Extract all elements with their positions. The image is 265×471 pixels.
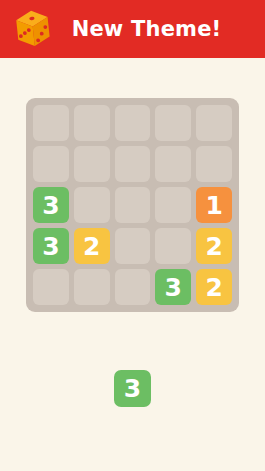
tile-3: 3 xyxy=(33,228,69,264)
empty-cell xyxy=(155,105,191,141)
app-screen: New Theme! 3132232 3 xyxy=(0,0,265,471)
tile-3: 3 xyxy=(33,187,69,223)
tile-2: 2 xyxy=(74,228,110,264)
tile-2: 2 xyxy=(196,269,232,305)
tile-value: 1 xyxy=(205,193,222,218)
tile-3: 3 xyxy=(155,269,191,305)
empty-cell xyxy=(33,146,69,182)
empty-cell xyxy=(74,105,110,141)
empty-cell xyxy=(115,269,151,305)
empty-cell xyxy=(155,228,191,264)
tile-value: 3 xyxy=(165,275,182,300)
empty-cell xyxy=(196,105,232,141)
empty-cell xyxy=(155,187,191,223)
banner-title: New Theme! xyxy=(72,17,222,41)
next-tile-preview: 3 xyxy=(114,370,151,407)
tile-2: 2 xyxy=(196,228,232,264)
tile-value: 3 xyxy=(42,234,59,259)
dice-icon xyxy=(12,8,54,50)
empty-cell xyxy=(115,228,151,264)
empty-cell xyxy=(115,105,151,141)
empty-cell xyxy=(33,105,69,141)
tile-value: 3 xyxy=(42,193,59,218)
empty-cell xyxy=(115,187,151,223)
tile-1: 1 xyxy=(196,187,232,223)
game-board[interactable]: 3132232 xyxy=(26,98,239,312)
empty-cell xyxy=(155,146,191,182)
new-theme-banner[interactable]: New Theme! xyxy=(0,0,265,58)
next-tile-value: 3 xyxy=(124,376,141,401)
empty-cell xyxy=(74,269,110,305)
empty-cell xyxy=(33,269,69,305)
tile-value: 2 xyxy=(205,275,222,300)
empty-cell xyxy=(196,146,232,182)
empty-cell xyxy=(74,146,110,182)
tile-value: 2 xyxy=(205,234,222,259)
empty-cell xyxy=(74,187,110,223)
tile-value: 2 xyxy=(83,234,100,259)
empty-cell xyxy=(115,146,151,182)
